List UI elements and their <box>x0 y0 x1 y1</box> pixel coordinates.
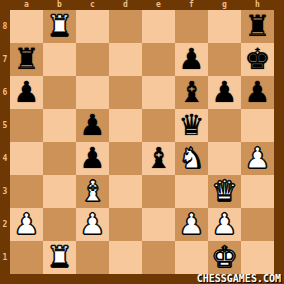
square-b5[interactable] <box>43 109 76 142</box>
square-a8[interactable] <box>10 10 43 43</box>
square-f3[interactable] <box>175 175 208 208</box>
square-b8[interactable]: ♜ <box>43 10 76 43</box>
square-c8[interactable] <box>76 10 109 43</box>
square-g1[interactable]: ♚ <box>208 241 241 274</box>
rank-labels: 87654321 <box>0 10 10 274</box>
piece-white-rook: ♜ <box>47 241 73 274</box>
square-c1[interactable] <box>76 241 109 274</box>
piece-black-bishop: ♝ <box>179 76 205 109</box>
piece-white-rook: ♜ <box>47 10 73 43</box>
piece-black-pawn: ♟ <box>212 76 238 109</box>
file-label-g: g <box>208 0 241 10</box>
piece-white-pawn: ♟ <box>212 208 238 241</box>
square-d6[interactable] <box>109 76 142 109</box>
piece-white-pawn: ♟ <box>179 208 205 241</box>
square-a2[interactable]: ♟ <box>10 208 43 241</box>
file-label-d: d <box>109 0 142 10</box>
piece-black-pawn: ♟ <box>245 76 271 109</box>
rank-label-1: 1 <box>0 241 10 274</box>
square-c3[interactable]: ♝ <box>76 175 109 208</box>
board: ♜♜♜♟♚♟♝♟♟♟♛♟♝♞♟♝♛♟♟♟♟♜♚ <box>10 10 274 274</box>
square-c2[interactable]: ♟ <box>76 208 109 241</box>
piece-black-pawn: ♟ <box>80 142 106 175</box>
square-f1[interactable] <box>175 241 208 274</box>
piece-black-pawn: ♟ <box>80 109 106 142</box>
square-d8[interactable] <box>109 10 142 43</box>
square-d2[interactable] <box>109 208 142 241</box>
square-g7[interactable] <box>208 43 241 76</box>
square-f4[interactable]: ♞ <box>175 142 208 175</box>
square-b1[interactable]: ♜ <box>43 241 76 274</box>
square-f5[interactable]: ♛ <box>175 109 208 142</box>
square-b7[interactable] <box>43 43 76 76</box>
square-h4[interactable]: ♟ <box>241 142 274 175</box>
square-b3[interactable] <box>43 175 76 208</box>
rank-label-6: 6 <box>0 76 10 109</box>
square-a6[interactable]: ♟ <box>10 76 43 109</box>
square-h6[interactable]: ♟ <box>241 76 274 109</box>
square-e5[interactable] <box>142 109 175 142</box>
rank-label-8: 8 <box>0 10 10 43</box>
piece-white-pawn: ♟ <box>14 208 40 241</box>
piece-black-rook: ♜ <box>14 43 40 76</box>
square-h8[interactable]: ♜ <box>241 10 274 43</box>
file-label-e: e <box>142 0 175 10</box>
square-h3[interactable] <box>241 175 274 208</box>
piece-white-king: ♚ <box>212 241 238 274</box>
rank-label-7: 7 <box>0 43 10 76</box>
square-e4[interactable]: ♝ <box>142 142 175 175</box>
piece-black-bishop: ♝ <box>146 142 172 175</box>
square-g8[interactable] <box>208 10 241 43</box>
rank-label-2: 2 <box>0 208 10 241</box>
square-c6[interactable] <box>76 76 109 109</box>
square-b6[interactable] <box>43 76 76 109</box>
square-c4[interactable]: ♟ <box>76 142 109 175</box>
square-e2[interactable] <box>142 208 175 241</box>
piece-white-queen: ♛ <box>212 175 238 208</box>
rank-label-3: 3 <box>0 175 10 208</box>
file-label-f: f <box>175 0 208 10</box>
chess-diagram: abcdefgh 87654321 ♜♜♜♟♚♟♝♟♟♟♛♟♝♞♟♝♛♟♟♟♟♜… <box>0 0 284 284</box>
square-a7[interactable]: ♜ <box>10 43 43 76</box>
square-d5[interactable] <box>109 109 142 142</box>
square-a5[interactable] <box>10 109 43 142</box>
square-g2[interactable]: ♟ <box>208 208 241 241</box>
square-h7[interactable]: ♚ <box>241 43 274 76</box>
square-e7[interactable] <box>142 43 175 76</box>
site-label: CHESSGAMES.COM <box>197 274 281 284</box>
square-h1[interactable] <box>241 241 274 274</box>
square-a1[interactable] <box>10 241 43 274</box>
square-e3[interactable] <box>142 175 175 208</box>
square-g4[interactable] <box>208 142 241 175</box>
square-d7[interactable] <box>109 43 142 76</box>
file-label-c: c <box>76 0 109 10</box>
square-h2[interactable] <box>241 208 274 241</box>
square-g6[interactable]: ♟ <box>208 76 241 109</box>
file-label-a: a <box>10 0 43 10</box>
square-f7[interactable]: ♟ <box>175 43 208 76</box>
rank-label-5: 5 <box>0 109 10 142</box>
piece-black-queen: ♛ <box>179 109 205 142</box>
piece-white-pawn: ♟ <box>245 142 271 175</box>
piece-white-knight: ♞ <box>179 142 205 175</box>
square-e1[interactable] <box>142 241 175 274</box>
piece-black-rook: ♜ <box>245 10 271 43</box>
piece-black-pawn: ♟ <box>14 76 40 109</box>
square-h5[interactable] <box>241 109 274 142</box>
square-e6[interactable] <box>142 76 175 109</box>
square-f8[interactable] <box>175 10 208 43</box>
piece-white-bishop: ♝ <box>80 175 106 208</box>
piece-black-pawn: ♟ <box>179 43 205 76</box>
square-c7[interactable] <box>76 43 109 76</box>
square-b4[interactable] <box>43 142 76 175</box>
square-a3[interactable] <box>10 175 43 208</box>
piece-black-king: ♚ <box>245 43 271 76</box>
square-e8[interactable] <box>142 10 175 43</box>
square-d4[interactable] <box>109 142 142 175</box>
rank-label-4: 4 <box>0 142 10 175</box>
square-c5[interactable]: ♟ <box>76 109 109 142</box>
square-d1[interactable] <box>109 241 142 274</box>
square-f2[interactable]: ♟ <box>175 208 208 241</box>
square-f6[interactable]: ♝ <box>175 76 208 109</box>
square-d3[interactable] <box>109 175 142 208</box>
piece-white-pawn: ♟ <box>80 208 106 241</box>
square-g5[interactable] <box>208 109 241 142</box>
square-g3[interactable]: ♛ <box>208 175 241 208</box>
square-a4[interactable] <box>10 142 43 175</box>
square-b2[interactable] <box>43 208 76 241</box>
